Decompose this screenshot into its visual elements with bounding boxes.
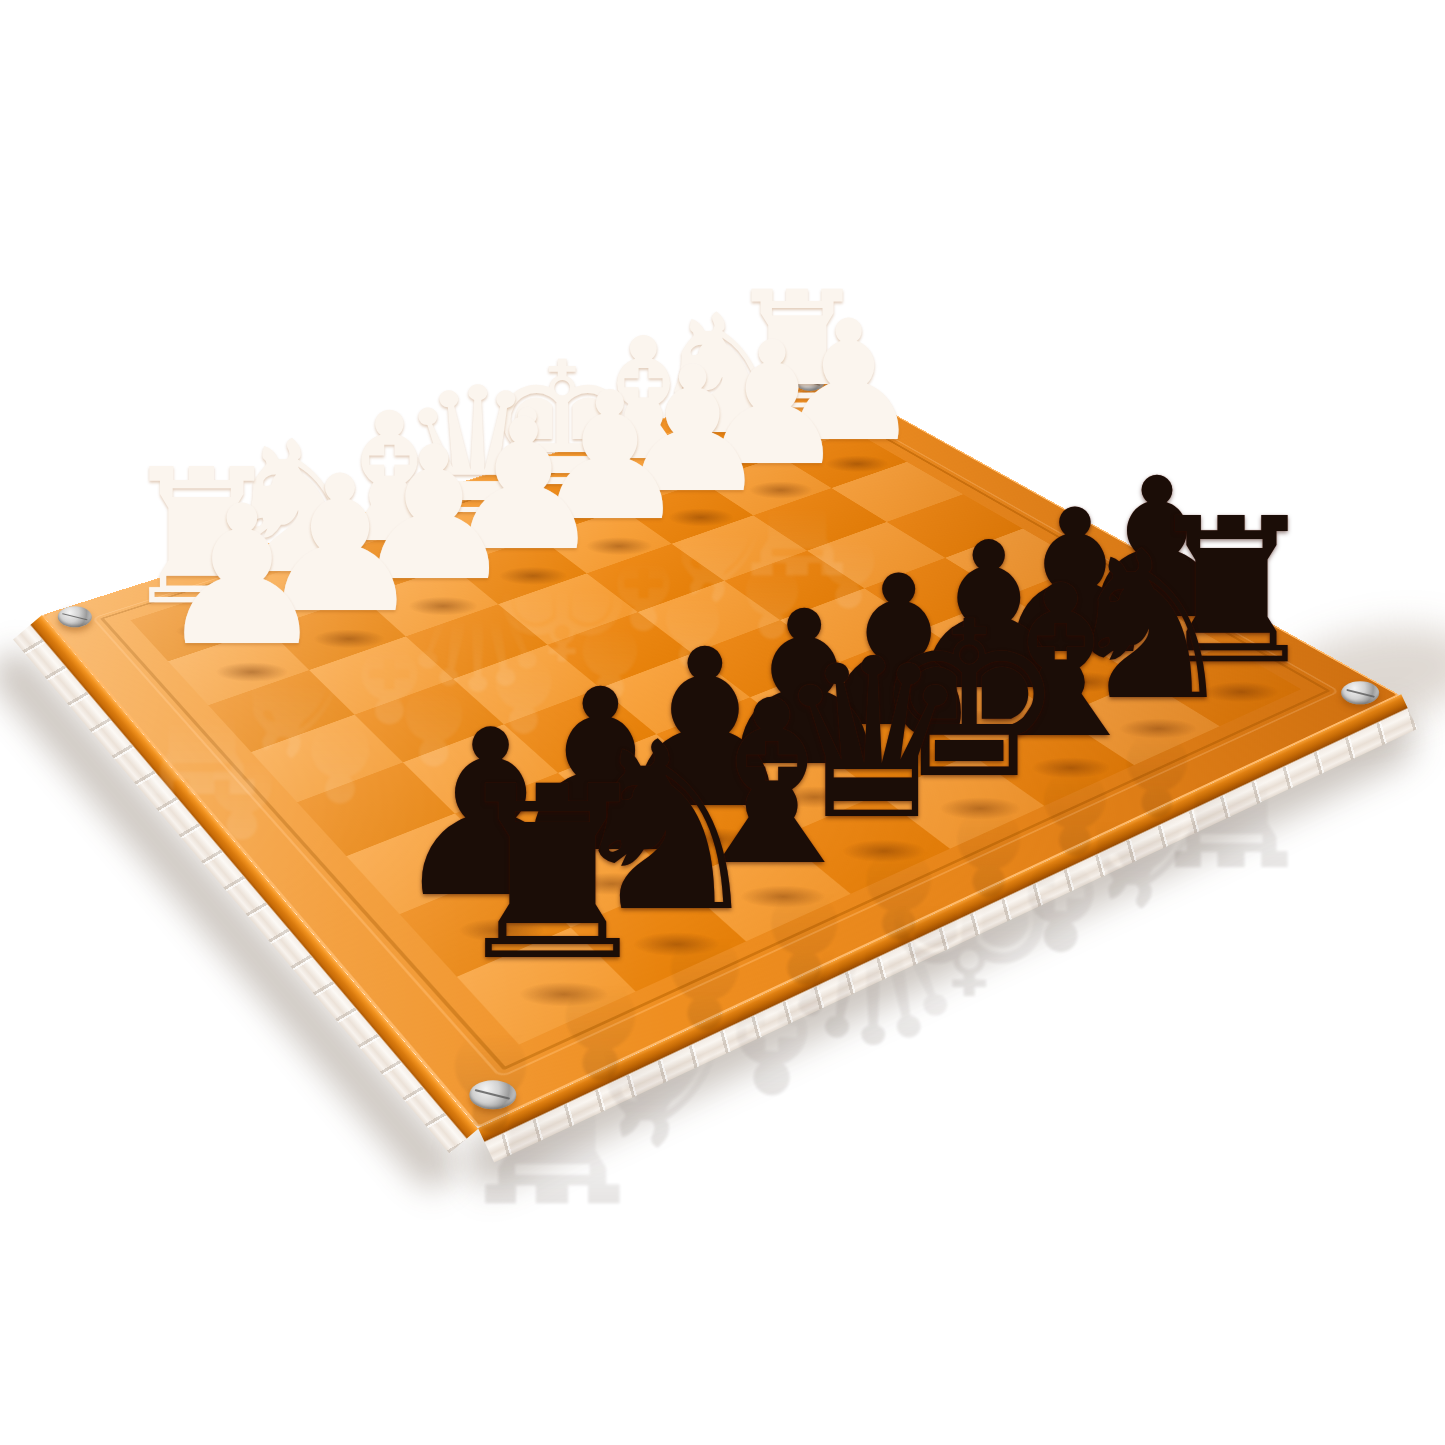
screw-slot xyxy=(799,379,821,386)
screw-slot xyxy=(1346,689,1374,698)
chess-board xyxy=(42,370,1400,1128)
screw-slot xyxy=(475,1089,510,1100)
screw-slot xyxy=(62,613,88,621)
standoff-screw xyxy=(1341,681,1379,704)
board-grid xyxy=(130,402,1301,1044)
chess-set-photo: ♜♜♞♞♝♝♛♛♚♚♝♝♞♞♜♜♟♟♟♟♟♟♟♟♟♟♟♟♟♟♟♟♟♟♟♟♟♟♟♟… xyxy=(0,0,1445,1445)
standoff-screw xyxy=(795,373,824,391)
